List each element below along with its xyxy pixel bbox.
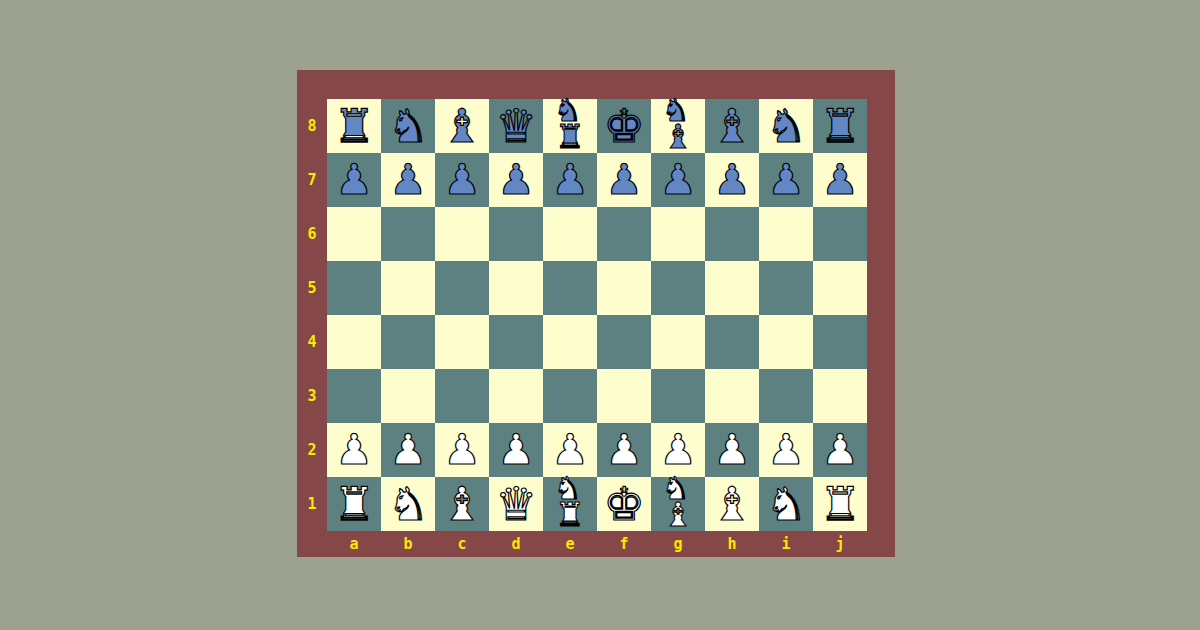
square-a3[interactable] [327, 369, 381, 423]
knight-head-glyph: ♞ [554, 95, 582, 126]
piece-black-pawn: ♟ [605, 153, 643, 207]
desktop-background: 87654321 ♜♞♝♛♜♞♚♝♞♝♞♜♟♟♟♟♟♟♟♟♟♟♟♟♟♟♟♟♟♟♟… [0, 0, 1200, 630]
square-f7[interactable]: ♟ [597, 153, 651, 207]
piece-black-rook: ♜ [819, 99, 860, 153]
square-h3[interactable] [705, 369, 759, 423]
square-f3[interactable] [597, 369, 651, 423]
square-g7[interactable]: ♟ [651, 153, 705, 207]
rank-label-5: 5 [297, 261, 327, 315]
piece-black-pawn: ♟ [497, 153, 535, 207]
square-d3[interactable] [489, 369, 543, 423]
piece-black-bishop: ♝ [711, 99, 752, 153]
square-e7[interactable]: ♟ [543, 153, 597, 207]
rank-label-1: 1 [297, 477, 327, 531]
piece-white-queen: ♛ [495, 477, 536, 531]
square-a6[interactable] [327, 207, 381, 261]
square-f8[interactable]: ♚ [597, 99, 651, 153]
square-a1[interactable]: ♜ [327, 477, 381, 531]
piece-black-queen: ♛ [495, 99, 536, 153]
square-e6[interactable] [543, 207, 597, 261]
square-d1[interactable]: ♛ [489, 477, 543, 531]
gothic-chess-board: 87654321 ♜♞♝♛♜♞♚♝♞♝♞♜♟♟♟♟♟♟♟♟♟♟♟♟♟♟♟♟♟♟♟… [297, 70, 895, 557]
square-i2[interactable]: ♟ [759, 423, 813, 477]
square-d5[interactable] [489, 261, 543, 315]
square-g1[interactable]: ♝♞ [651, 477, 705, 531]
square-b8[interactable]: ♞ [381, 99, 435, 153]
piece-white-knight: ♞ [765, 477, 806, 531]
piece-white-knight: ♞ [387, 477, 428, 531]
knight-head-glyph: ♞ [554, 473, 582, 504]
square-c8[interactable]: ♝ [435, 99, 489, 153]
piece-white-bishop: ♝ [441, 477, 482, 531]
piece-white-archbishop: ♝♞ [651, 477, 705, 531]
square-h1[interactable]: ♝ [705, 477, 759, 531]
piece-black-pawn: ♟ [713, 153, 751, 207]
square-c4[interactable] [435, 315, 489, 369]
square-j3[interactable] [813, 369, 867, 423]
file-label-h: h [705, 531, 759, 557]
square-d4[interactable] [489, 315, 543, 369]
piece-white-bishop: ♝ [711, 477, 752, 531]
rank-label-2: 2 [297, 423, 327, 477]
piece-white-pawn: ♟ [551, 423, 589, 477]
piece-black-pawn: ♟ [443, 153, 481, 207]
square-h4[interactable] [705, 315, 759, 369]
square-d2[interactable]: ♟ [489, 423, 543, 477]
square-h5[interactable] [705, 261, 759, 315]
piece-black-pawn: ♟ [767, 153, 805, 207]
square-i5[interactable] [759, 261, 813, 315]
square-i7[interactable]: ♟ [759, 153, 813, 207]
square-a2[interactable]: ♟ [327, 423, 381, 477]
square-b2[interactable]: ♟ [381, 423, 435, 477]
square-a4[interactable] [327, 315, 381, 369]
square-c7[interactable]: ♟ [435, 153, 489, 207]
square-c6[interactable] [435, 207, 489, 261]
square-i3[interactable] [759, 369, 813, 423]
piece-black-chancellor: ♜♞ [543, 99, 597, 153]
square-a7[interactable]: ♟ [327, 153, 381, 207]
piece-white-pawn: ♟ [713, 423, 751, 477]
board-squares: ♜♞♝♛♜♞♚♝♞♝♞♜♟♟♟♟♟♟♟♟♟♟♟♟♟♟♟♟♟♟♟♟♜♞♝♛♜♞♚♝… [327, 99, 867, 531]
knight-head-glyph: ♞ [662, 95, 690, 126]
rank-label-8: 8 [297, 99, 327, 153]
square-g8[interactable]: ♝♞ [651, 99, 705, 153]
square-f4[interactable] [597, 315, 651, 369]
square-i4[interactable] [759, 315, 813, 369]
piece-white-rook: ♜ [819, 477, 860, 531]
square-j5[interactable] [813, 261, 867, 315]
square-d6[interactable] [489, 207, 543, 261]
file-label-i: i [759, 531, 813, 557]
square-e2[interactable]: ♟ [543, 423, 597, 477]
square-j1[interactable]: ♜ [813, 477, 867, 531]
file-label-j: j [813, 531, 867, 557]
square-g3[interactable] [651, 369, 705, 423]
piece-black-knight: ♞ [765, 99, 806, 153]
square-b3[interactable] [381, 369, 435, 423]
file-label-b: b [381, 531, 435, 557]
square-i8[interactable]: ♞ [759, 99, 813, 153]
piece-white-chancellor: ♜♞ [543, 477, 597, 531]
square-d8[interactable]: ♛ [489, 99, 543, 153]
piece-black-knight: ♞ [387, 99, 428, 153]
square-a5[interactable] [327, 261, 381, 315]
rank-label-3: 3 [297, 369, 327, 423]
square-e4[interactable] [543, 315, 597, 369]
piece-black-pawn: ♟ [659, 153, 697, 207]
square-c1[interactable]: ♝ [435, 477, 489, 531]
piece-black-rook: ♜ [333, 99, 374, 153]
square-h2[interactable]: ♟ [705, 423, 759, 477]
file-label-g: g [651, 531, 705, 557]
piece-white-pawn: ♟ [389, 423, 427, 477]
rank-label-6: 6 [297, 207, 327, 261]
square-f1[interactable]: ♚ [597, 477, 651, 531]
piece-black-pawn: ♟ [335, 153, 373, 207]
piece-white-pawn: ♟ [659, 423, 697, 477]
square-j8[interactable]: ♜ [813, 99, 867, 153]
piece-black-pawn: ♟ [551, 153, 589, 207]
square-c3[interactable] [435, 369, 489, 423]
square-j2[interactable]: ♟ [813, 423, 867, 477]
piece-white-king: ♚ [603, 477, 644, 531]
square-b5[interactable] [381, 261, 435, 315]
square-g5[interactable] [651, 261, 705, 315]
square-g2[interactable]: ♟ [651, 423, 705, 477]
piece-black-archbishop: ♝♞ [651, 99, 705, 153]
file-label-d: d [489, 531, 543, 557]
rank-label-4: 4 [297, 315, 327, 369]
rank-labels: 87654321 [297, 99, 327, 531]
square-c5[interactable] [435, 261, 489, 315]
square-j7[interactable]: ♟ [813, 153, 867, 207]
file-labels: abcdefghij [327, 531, 867, 557]
rank-label-7: 7 [297, 153, 327, 207]
square-g4[interactable] [651, 315, 705, 369]
square-j6[interactable] [813, 207, 867, 261]
piece-white-pawn: ♟ [821, 423, 859, 477]
square-f6[interactable] [597, 207, 651, 261]
piece-white-pawn: ♟ [767, 423, 805, 477]
square-a8[interactable]: ♜ [327, 99, 381, 153]
square-b4[interactable] [381, 315, 435, 369]
piece-white-pawn: ♟ [443, 423, 481, 477]
square-c2[interactable]: ♟ [435, 423, 489, 477]
square-i6[interactable] [759, 207, 813, 261]
file-label-f: f [597, 531, 651, 557]
piece-white-pawn: ♟ [605, 423, 643, 477]
piece-white-pawn: ♟ [335, 423, 373, 477]
piece-white-rook: ♜ [333, 477, 374, 531]
piece-black-pawn: ♟ [389, 153, 427, 207]
square-h6[interactable] [705, 207, 759, 261]
square-b1[interactable]: ♞ [381, 477, 435, 531]
square-g6[interactable] [651, 207, 705, 261]
square-e3[interactable] [543, 369, 597, 423]
square-e8[interactable]: ♜♞ [543, 99, 597, 153]
file-label-a: a [327, 531, 381, 557]
square-b7[interactable]: ♟ [381, 153, 435, 207]
piece-white-pawn: ♟ [497, 423, 535, 477]
square-e1[interactable]: ♜♞ [543, 477, 597, 531]
square-h7[interactable]: ♟ [705, 153, 759, 207]
square-d7[interactable]: ♟ [489, 153, 543, 207]
knight-head-glyph: ♞ [662, 473, 690, 504]
piece-black-bishop: ♝ [441, 99, 482, 153]
square-b6[interactable] [381, 207, 435, 261]
file-label-c: c [435, 531, 489, 557]
square-e5[interactable] [543, 261, 597, 315]
file-label-e: e [543, 531, 597, 557]
piece-black-king: ♚ [603, 99, 644, 153]
square-f5[interactable] [597, 261, 651, 315]
square-i1[interactable]: ♞ [759, 477, 813, 531]
square-f2[interactable]: ♟ [597, 423, 651, 477]
square-j4[interactable] [813, 315, 867, 369]
square-h8[interactable]: ♝ [705, 99, 759, 153]
piece-black-pawn: ♟ [821, 153, 859, 207]
